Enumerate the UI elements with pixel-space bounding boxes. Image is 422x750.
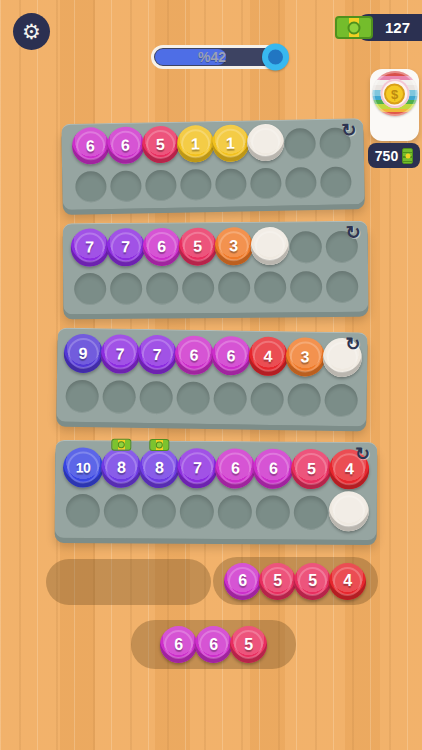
slot: [323, 382, 359, 418]
cap-6[interactable]: 6: [71, 127, 109, 165]
slot: [249, 166, 283, 200]
cap-7[interactable]: 7: [70, 228, 108, 266]
slot: 6: [144, 231, 178, 265]
cap-8[interactable]: 8: [139, 447, 179, 487]
slot: [175, 380, 211, 416]
slot-hole: [180, 494, 214, 528]
cap-number: 6: [269, 459, 278, 477]
cap-number: 6: [157, 238, 166, 256]
slot: [283, 127, 317, 161]
slot: 7: [179, 451, 215, 487]
slot: 3: [216, 231, 250, 265]
slot: [145, 271, 179, 305]
cap-number: 7: [121, 238, 130, 256]
cap-blank[interactable]: [250, 227, 288, 265]
refresh-board-button[interactable]: ↻: [346, 222, 361, 244]
progress-percent-label: %42: [154, 48, 270, 66]
cap-number: 10: [76, 459, 91, 475]
slot: [319, 165, 353, 199]
slot: [73, 272, 107, 306]
cap-number: 5: [193, 238, 202, 256]
cash-stack-icon: [402, 148, 413, 164]
cap-board-4: ↻ 108876654: [55, 440, 378, 540]
slot: [103, 493, 139, 529]
cap-7[interactable]: 7: [177, 448, 217, 488]
slot: [289, 270, 323, 304]
cap-8[interactable]: 8: [101, 447, 141, 487]
money-badge-icon: [149, 438, 169, 450]
slot: [288, 230, 322, 264]
cap-6[interactable]: 6: [174, 335, 214, 375]
cap-5[interactable]: 5: [259, 563, 296, 600]
cap-number: 3: [300, 348, 309, 366]
cap-6[interactable]: 6: [224, 563, 261, 600]
slot-hole: [320, 166, 352, 198]
cap-board-3: ↻ 9776643: [56, 328, 367, 427]
slot-hole: [66, 493, 100, 527]
cap-number: 5: [308, 572, 316, 590]
prize-wheel-icon: $: [372, 71, 417, 116]
cap-number: 4: [345, 460, 354, 478]
slot: 5: [293, 452, 329, 488]
cap-tray-left: [46, 559, 211, 605]
cap-1[interactable]: 1: [211, 124, 249, 162]
slot-hole: [290, 271, 322, 303]
slot: 7: [139, 338, 175, 374]
cap-number: 7: [153, 346, 162, 364]
slot: 6: [217, 452, 253, 488]
slot-hole: [326, 271, 358, 303]
cap-number: 6: [226, 347, 235, 365]
cash-bill-icon: [335, 16, 373, 39]
slot-hole: [254, 271, 286, 303]
money-count-value: 127: [385, 19, 410, 36]
slot-hole: [182, 272, 214, 304]
cap-number: 6: [86, 137, 95, 155]
slot-hole: [65, 379, 99, 413]
cap-10[interactable]: 10: [63, 447, 103, 487]
slot: [109, 272, 143, 306]
cap-6[interactable]: 6: [253, 448, 293, 488]
slot-hole: [250, 167, 282, 199]
slot: 8: [103, 451, 139, 487]
cap-number: 6: [209, 636, 217, 654]
slot: [217, 494, 253, 530]
slot-hole: [180, 169, 212, 201]
slot-hole: [75, 171, 107, 203]
slot-hole: [142, 494, 176, 528]
slot: [325, 270, 359, 304]
cap-1[interactable]: 1: [176, 125, 214, 163]
slot: 5: [180, 231, 214, 265]
cap-number: 8: [155, 458, 164, 476]
cap-number: 7: [85, 239, 94, 257]
slot-hole: [294, 495, 328, 529]
slot-hole: [102, 380, 136, 414]
cap-number: 7: [116, 345, 125, 363]
cap-number: 1: [226, 134, 235, 152]
cap-7[interactable]: 7: [100, 334, 140, 374]
slot-hole: [284, 128, 316, 160]
board-grid: 77653: [63, 222, 369, 315]
slot: 3: [287, 341, 323, 377]
slot-hole: [110, 170, 142, 202]
progress-knob-icon: [262, 44, 289, 71]
slot-hole: [250, 382, 284, 416]
slot: 7: [108, 232, 142, 266]
cap-number: 5: [156, 135, 165, 153]
slot: [181, 271, 215, 305]
slot: [286, 382, 322, 418]
cap-blank[interactable]: [329, 491, 369, 531]
cap-3[interactable]: 3: [285, 337, 325, 377]
cap-7[interactable]: 7: [106, 228, 144, 266]
cap-number: 5: [307, 460, 316, 478]
slot: 8: [141, 451, 177, 487]
cap-5[interactable]: 5: [294, 563, 331, 600]
slot: [144, 168, 178, 202]
money-badge-icon: [111, 438, 131, 450]
slot: 5: [143, 129, 177, 163]
prize-wheel-button[interactable]: $: [370, 69, 419, 141]
slot: [212, 381, 248, 417]
slot: [64, 378, 100, 414]
prize-cost-pill: 750: [368, 143, 420, 168]
cap-tray-right: 6554: [213, 557, 378, 605]
slot-hole: [139, 380, 173, 414]
cap-number: 4: [343, 572, 351, 590]
slot: [217, 271, 251, 305]
slot: 1: [178, 129, 212, 163]
slot: [101, 379, 137, 415]
cap-number: 1: [191, 135, 200, 153]
cap-board-1: ↻ 66511: [61, 118, 365, 210]
slot: 6: [108, 130, 142, 164]
slot-hole: [324, 383, 358, 417]
slot-hole: [176, 381, 210, 415]
level-progress-bar: %42: [151, 45, 283, 69]
slot: 10: [65, 450, 101, 486]
slot-hole: [74, 273, 106, 305]
cap-5[interactable]: 5: [141, 126, 179, 164]
slot: [252, 230, 286, 264]
cap-number: 6: [231, 459, 240, 477]
cap-7[interactable]: 7: [137, 335, 177, 375]
cap-number: 3: [229, 237, 238, 255]
cap-4[interactable]: 4: [329, 563, 366, 600]
cap-tray-bottom: 665: [131, 620, 296, 669]
slot: 9: [65, 337, 101, 373]
board-grid: 108876654: [55, 441, 378, 540]
cap-5[interactable]: 5: [178, 227, 216, 265]
slot-hole: [289, 231, 321, 263]
slot: 7: [102, 338, 138, 374]
cap-3[interactable]: 3: [214, 227, 252, 265]
cap-5[interactable]: 5: [291, 448, 331, 488]
slot: 6: [73, 131, 107, 165]
cap-number: 8: [117, 458, 126, 476]
cap-number: 5: [244, 636, 252, 654]
cap-number: 6: [174, 636, 182, 654]
cap-6[interactable]: 6: [211, 336, 251, 376]
slot-hole: [145, 169, 177, 201]
slot: [109, 169, 143, 203]
slot-hole: [287, 383, 321, 417]
cap-6[interactable]: 6: [142, 228, 180, 266]
cap-6[interactable]: 6: [160, 626, 197, 663]
cap-number: 6: [189, 346, 198, 364]
refresh-board-button[interactable]: ↻: [341, 119, 357, 141]
slot: 6: [213, 340, 249, 376]
slot-hole: [215, 168, 247, 200]
cap-6[interactable]: 6: [106, 126, 144, 164]
slot: [249, 381, 285, 417]
cap-4[interactable]: 4: [248, 337, 288, 377]
refresh-board-button[interactable]: ↻: [355, 443, 370, 465]
slot: 4: [250, 340, 286, 376]
slot: [179, 168, 213, 202]
refresh-board-button[interactable]: ↻: [345, 333, 360, 355]
slot: [255, 494, 291, 530]
slot: 6: [255, 452, 291, 488]
settings-gear-icon[interactable]: ⚙: [13, 13, 50, 50]
slot-hole: [213, 382, 247, 416]
slot: [74, 170, 108, 204]
slot: 7: [72, 232, 106, 266]
cap-board-2: ↻ 77653: [63, 221, 369, 315]
cap-number: 5: [273, 572, 281, 590]
board-grid: 9776643: [56, 329, 367, 427]
slot: 1: [213, 128, 247, 162]
slot-hole: [218, 272, 250, 304]
cap-number: 7: [193, 459, 202, 477]
cap-9[interactable]: 9: [63, 334, 103, 374]
slot: [65, 492, 101, 528]
cap-blank[interactable]: [246, 124, 284, 162]
slot-hole: [256, 495, 290, 529]
slot: [253, 270, 287, 304]
cap-5[interactable]: 5: [230, 626, 267, 663]
slot: [248, 127, 282, 161]
cap-number: 6: [121, 136, 130, 154]
slot: [331, 494, 367, 530]
slot: [141, 493, 177, 529]
slot: [293, 494, 329, 530]
slot: 6: [176, 339, 212, 375]
cap-number: 6: [238, 572, 246, 590]
cap-6[interactable]: 6: [195, 626, 232, 663]
slot: [284, 166, 318, 200]
slot: [138, 379, 174, 415]
slot: [214, 167, 248, 201]
slot: [179, 493, 215, 529]
money-counter: 127: [355, 14, 422, 41]
slot-hole: [110, 273, 142, 305]
cap-6[interactable]: 6: [215, 448, 255, 488]
prize-cost-value: 750: [375, 148, 398, 164]
cap-number: 4: [263, 347, 272, 365]
cap-number: 9: [79, 344, 88, 362]
slot-hole: [285, 167, 317, 199]
board-grid: 66511: [61, 119, 365, 210]
slot-hole: [104, 494, 138, 528]
dollar-coin-icon: $: [384, 83, 405, 104]
game-screen: ⚙ %42 127 $ 750 ↻ 66511 ↻ 77653 ↻ 977664…: [0, 0, 422, 750]
slot-hole: [146, 272, 178, 304]
slot-hole: [218, 495, 252, 529]
